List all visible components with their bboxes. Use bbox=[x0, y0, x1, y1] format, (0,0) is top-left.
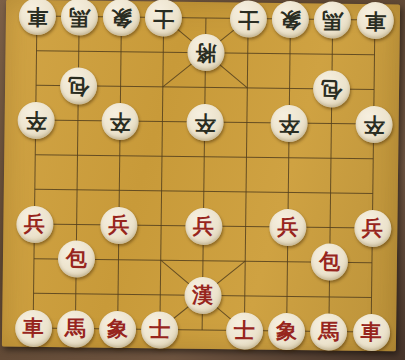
piece-red-general[interactable]: 漢 bbox=[184, 277, 221, 314]
piece-black-soldier[interactable]: 卒 bbox=[355, 105, 392, 142]
piece-black-general[interactable]: 將 bbox=[187, 34, 224, 71]
piece-black-horse[interactable]: 馬 bbox=[314, 1, 351, 38]
grid-file-line bbox=[244, 19, 248, 331]
red-soldier-glyph: 兵 bbox=[193, 214, 214, 235]
black-soldier-glyph: 卒 bbox=[110, 111, 131, 132]
piece-red-chariot[interactable]: 車 bbox=[14, 309, 51, 346]
red-advisor-glyph: 士 bbox=[234, 319, 255, 340]
red-horse-glyph: 馬 bbox=[65, 317, 86, 338]
black-cannon-glyph: 包 bbox=[68, 76, 89, 97]
red-elephant-glyph: 象 bbox=[276, 319, 297, 340]
piece-black-chariot[interactable]: 車 bbox=[18, 0, 55, 35]
red-elephant-glyph: 象 bbox=[107, 317, 128, 338]
piece-red-elephant[interactable]: 象 bbox=[268, 312, 305, 349]
piece-black-soldier[interactable]: 卒 bbox=[101, 102, 138, 139]
black-advisor-glyph: 士 bbox=[238, 9, 259, 30]
piece-red-soldier[interactable]: 兵 bbox=[16, 205, 53, 242]
grid-file-line bbox=[75, 16, 79, 328]
red-soldier-glyph: 兵 bbox=[24, 212, 45, 233]
red-general-glyph: 漢 bbox=[192, 284, 213, 305]
black-general-glyph: 將 bbox=[195, 43, 216, 64]
red-chariot-glyph: 車 bbox=[360, 320, 381, 341]
piece-black-cannon[interactable]: 包 bbox=[60, 67, 97, 104]
red-advisor-glyph: 士 bbox=[149, 318, 170, 339]
red-cannon-glyph: 包 bbox=[319, 251, 340, 272]
xiangqi-board: 車馬象士士象馬車將包包卒卒卒卒卒兵兵兵兵兵包包漢車馬象士士象馬車 bbox=[2, 0, 400, 351]
piece-black-elephant[interactable]: 象 bbox=[103, 0, 140, 36]
piece-red-soldier[interactable]: 兵 bbox=[269, 208, 306, 245]
piece-black-soldier[interactable]: 卒 bbox=[270, 104, 307, 141]
black-soldier-glyph: 卒 bbox=[279, 113, 300, 134]
red-horse-glyph: 馬 bbox=[318, 320, 339, 341]
piece-red-advisor[interactable]: 士 bbox=[141, 311, 178, 348]
grid-file-line bbox=[329, 20, 333, 332]
piece-red-elephant[interactable]: 象 bbox=[99, 310, 136, 347]
red-soldier-glyph: 兵 bbox=[362, 216, 383, 237]
grid-file-line bbox=[287, 19, 291, 331]
piece-black-advisor[interactable]: 士 bbox=[229, 0, 266, 37]
black-horse-glyph: 馬 bbox=[322, 10, 343, 31]
piece-black-chariot[interactable]: 車 bbox=[356, 1, 393, 38]
table-surface: 車馬象士士象馬車將包包卒卒卒卒卒兵兵兵兵兵包包漢車馬象士士象馬車 bbox=[0, 0, 405, 360]
piece-red-chariot[interactable]: 車 bbox=[352, 313, 389, 350]
black-advisor-glyph: 士 bbox=[153, 8, 174, 29]
grid-file-line bbox=[118, 17, 122, 329]
black-cannon-glyph: 包 bbox=[321, 79, 342, 100]
black-soldier-glyph: 卒 bbox=[194, 112, 215, 133]
red-cannon-glyph: 包 bbox=[66, 248, 87, 269]
piece-red-horse[interactable]: 馬 bbox=[310, 313, 347, 350]
piece-black-soldier[interactable]: 卒 bbox=[186, 103, 223, 140]
black-elephant-glyph: 象 bbox=[280, 9, 301, 30]
piece-red-cannon[interactable]: 包 bbox=[57, 240, 94, 277]
black-horse-glyph: 馬 bbox=[69, 7, 90, 28]
grid-file-line bbox=[371, 20, 375, 332]
piece-red-soldier[interactable]: 兵 bbox=[354, 209, 391, 246]
black-chariot-glyph: 車 bbox=[26, 6, 47, 27]
piece-black-advisor[interactable]: 士 bbox=[145, 0, 182, 36]
black-chariot-glyph: 車 bbox=[364, 10, 385, 31]
piece-red-horse[interactable]: 馬 bbox=[57, 310, 94, 347]
piece-black-elephant[interactable]: 象 bbox=[272, 0, 309, 37]
black-elephant-glyph: 象 bbox=[111, 7, 132, 28]
piece-red-soldier[interactable]: 兵 bbox=[100, 206, 137, 243]
grid-file-line bbox=[33, 16, 37, 328]
piece-red-soldier[interactable]: 兵 bbox=[185, 207, 222, 244]
piece-black-soldier[interactable]: 卒 bbox=[17, 101, 54, 138]
black-soldier-glyph: 卒 bbox=[363, 114, 384, 135]
grid-file-line bbox=[160, 18, 164, 330]
black-soldier-glyph: 卒 bbox=[25, 110, 46, 131]
red-soldier-glyph: 兵 bbox=[108, 213, 129, 234]
red-chariot-glyph: 車 bbox=[23, 316, 44, 337]
red-soldier-glyph: 兵 bbox=[277, 215, 298, 236]
piece-black-horse[interactable]: 馬 bbox=[60, 0, 97, 35]
piece-red-advisor[interactable]: 士 bbox=[226, 312, 263, 349]
